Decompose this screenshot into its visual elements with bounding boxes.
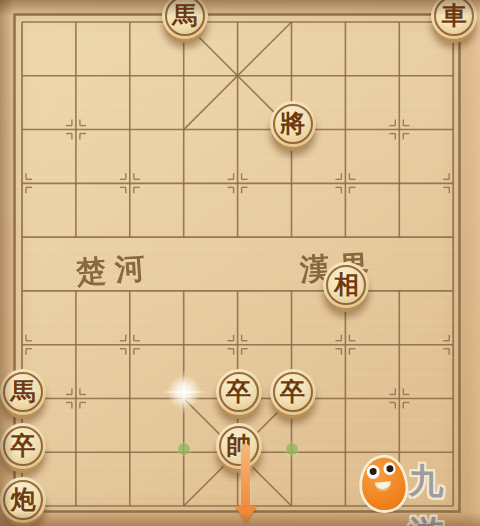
river-label-left: 楚河 bbox=[75, 247, 156, 293]
mascot-eye-icon bbox=[366, 464, 380, 479]
red-marshal[interactable]: 帥 bbox=[216, 423, 262, 469]
move-hint-dot[interactable] bbox=[286, 443, 298, 455]
move-hint-arrow-head-icon bbox=[235, 506, 257, 523]
red-elephant[interactable]: 相 bbox=[323, 262, 369, 308]
piece-character: 卒 bbox=[226, 369, 251, 415]
watermark: 九游 bbox=[362, 455, 480, 526]
black-soldier[interactable]: 卒 bbox=[270, 369, 316, 415]
black-cannon[interactable]: 炮 bbox=[0, 477, 46, 523]
piece-character: 將 bbox=[280, 101, 305, 147]
piece-character: 卒 bbox=[280, 369, 305, 415]
mascot-eye-icon bbox=[383, 462, 396, 476]
piece-character: 相 bbox=[334, 262, 359, 308]
move-hint-arrow-shaft bbox=[241, 444, 250, 507]
sparkle-effect-icon bbox=[166, 374, 202, 410]
piece-character: 卒 bbox=[11, 423, 36, 469]
watermark-text: 九游 bbox=[409, 455, 480, 526]
move-hint-dot[interactable] bbox=[178, 443, 190, 455]
piece-character: 炮 bbox=[11, 477, 36, 523]
black-soldier[interactable]: 卒 bbox=[216, 369, 262, 415]
piece-character: 馬 bbox=[11, 369, 36, 415]
piece-character: 馬 bbox=[172, 0, 197, 39]
black-soldier[interactable]: 卒 bbox=[0, 423, 46, 469]
piece-character: 車 bbox=[442, 0, 467, 39]
mascot-icon bbox=[359, 456, 407, 512]
black-general[interactable]: 將 bbox=[270, 101, 316, 147]
xiangqi-game-screen: 楚河 漢界 馬車將相馬卒卒卒帥炮 九游 bbox=[0, 0, 480, 526]
mascot-mouth-icon bbox=[375, 481, 392, 492]
